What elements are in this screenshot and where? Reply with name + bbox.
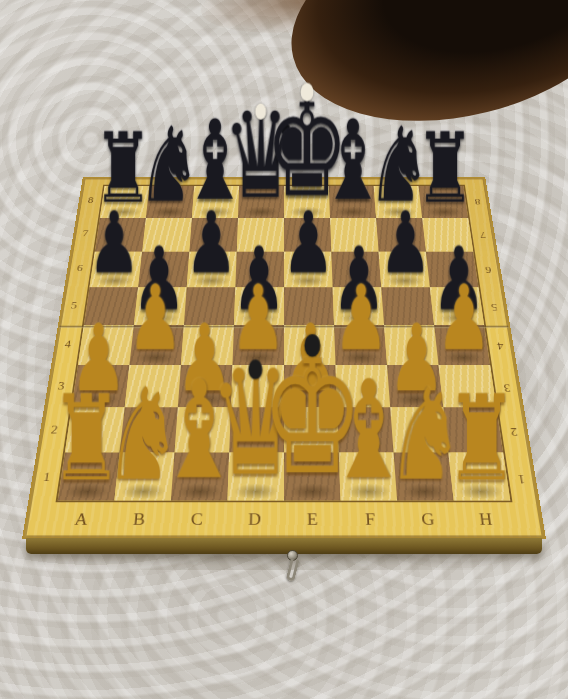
square-h1: ♜: [448, 452, 510, 500]
finial-e1: [305, 335, 320, 357]
rank-label-right-4: 4: [486, 325, 515, 365]
rank-label-right-8: 8: [465, 185, 490, 217]
file-label-c: C: [167, 502, 227, 537]
square-e6: ♟: [284, 252, 333, 288]
rank-label-right-5: 5: [480, 287, 508, 325]
rank-label-right-6: 6: [475, 251, 502, 287]
file-label-a: A: [50, 502, 112, 537]
file-labels: ABCDEFGH: [50, 502, 517, 537]
board-clasp: [284, 550, 302, 586]
file-label-d: D: [226, 502, 284, 537]
board-grid: ♜♞♝♛♚♝♞♜♟♟♟♟♟♟♟♟♟♟♟♟♟♟♟♟♜♞♝♛♚♝♞♜: [56, 185, 513, 502]
file-label-e: E: [284, 502, 342, 537]
chess-board: ♜♞♝♛♚♝♞♜♟♟♟♟♟♟♟♟♟♟♟♟♟♟♟♟♜♞♝♛♚♝♞♜ 8765432…: [22, 177, 546, 539]
file-label-f: F: [341, 502, 401, 537]
file-label-g: G: [398, 502, 459, 537]
file-label-h: H: [455, 502, 517, 537]
finial-e8: [301, 83, 313, 101]
rank-label-right-7: 7: [470, 217, 496, 251]
file-label-b: B: [109, 502, 170, 537]
clasp-hook-icon: [285, 558, 299, 582]
photo-scene: ♜♞♝♛♚♝♞♜♟♟♟♟♟♟♟♟♟♟♟♟♟♟♟♟♜♞♝♛♚♝♞♜ 8765432…: [0, 0, 568, 699]
black-pawn-e6: ♟: [282, 200, 335, 285]
square-c6: ♟: [187, 252, 237, 288]
